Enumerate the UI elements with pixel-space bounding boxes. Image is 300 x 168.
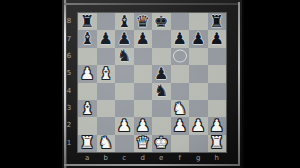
square-a5[interactable]: ♟ <box>78 65 97 82</box>
square-a1[interactable]: ♜ <box>78 135 97 152</box>
piece-black-pawn[interactable]: ♟ <box>154 65 168 81</box>
file-label-h: h <box>208 153 227 163</box>
file-labels: abcdefgh <box>78 153 226 163</box>
square-h5[interactable] <box>208 65 227 82</box>
piece-black-pawn[interactable]: ♟ <box>210 31 224 47</box>
frame-bevel-right-edge <box>242 0 244 168</box>
square-g4[interactable] <box>189 83 208 100</box>
piece-black-pawn[interactable]: ♟ <box>117 31 131 47</box>
square-g6[interactable] <box>189 48 208 65</box>
square-d4[interactable] <box>134 83 153 100</box>
square-c2[interactable]: ♟ <box>115 117 134 134</box>
square-b4[interactable] <box>97 83 116 100</box>
piece-white-pawn[interactable]: ♟ <box>136 117 150 133</box>
square-d6[interactable] <box>134 48 153 65</box>
rank-labels: 87654321 <box>62 13 76 152</box>
rank-label-5: 5 <box>62 65 76 82</box>
square-a3[interactable]: ♝ <box>78 100 97 117</box>
piece-white-pawn[interactable]: ♟ <box>191 117 205 133</box>
square-g7[interactable]: ♟ <box>189 30 208 47</box>
square-e8[interactable]: ♚ <box>152 13 171 30</box>
square-e1[interactable]: ♚ <box>152 135 171 152</box>
square-c5[interactable] <box>115 65 134 82</box>
frame-bevel-right <box>238 2 240 166</box>
piece-white-rook[interactable]: ♜ <box>80 135 94 151</box>
file-label-f: f <box>171 153 190 163</box>
piece-white-queen[interactable]: ♛ <box>136 135 150 151</box>
square-h7[interactable]: ♟ <box>208 30 227 47</box>
screen: 87654321 ♜♝♛♚♜♝♟♟♟♟♟♟♞♟♝♟♞♝♞♟♟♟♟♟♜♞♛♚♜ a… <box>0 0 300 168</box>
piece-white-pawn[interactable]: ♟ <box>173 117 187 133</box>
square-g5[interactable] <box>189 65 208 82</box>
board-frame: 87654321 ♜♝♛♚♜♝♟♟♟♟♟♟♞♟♝♟♞♝♞♟♟♟♟♟♜♞♛♚♜ a… <box>62 0 244 168</box>
piece-black-king[interactable]: ♚ <box>154 13 168 29</box>
piece-white-bishop[interactable]: ♝ <box>80 100 94 116</box>
square-f1[interactable] <box>171 135 190 152</box>
file-label-b: b <box>97 153 116 163</box>
square-e3[interactable] <box>152 100 171 117</box>
square-b7[interactable]: ♟ <box>97 30 116 47</box>
square-h4[interactable] <box>208 83 227 100</box>
square-f2[interactable]: ♟ <box>171 117 190 134</box>
square-f7[interactable]: ♟ <box>171 30 190 47</box>
square-b3[interactable] <box>97 100 116 117</box>
piece-white-pawn[interactable]: ♟ <box>117 117 131 133</box>
square-g1[interactable] <box>189 135 208 152</box>
file-label-c: c <box>115 153 134 163</box>
file-label-a: a <box>78 153 97 163</box>
square-d7[interactable]: ♟ <box>134 30 153 47</box>
piece-white-king[interactable]: ♚ <box>154 135 168 151</box>
square-b5[interactable]: ♝ <box>97 65 116 82</box>
square-g2[interactable]: ♟ <box>189 117 208 134</box>
piece-black-pawn[interactable]: ♟ <box>136 31 150 47</box>
rank-label-3: 3 <box>62 100 76 117</box>
last-move-circle <box>173 50 187 63</box>
piece-black-pawn[interactable]: ♟ <box>99 31 113 47</box>
piece-white-rook[interactable]: ♜ <box>210 135 224 151</box>
square-a7[interactable]: ♝ <box>78 30 97 47</box>
piece-black-queen[interactable]: ♛ <box>136 13 150 29</box>
piece-white-pawn[interactable]: ♟ <box>210 117 224 133</box>
file-label-e: e <box>152 153 171 163</box>
piece-white-bishop[interactable]: ♝ <box>99 65 113 81</box>
file-label-g: g <box>189 153 208 163</box>
piece-black-rook[interactable]: ♜ <box>80 13 94 29</box>
piece-black-pawn[interactable]: ♟ <box>173 31 187 47</box>
square-c6[interactable]: ♞ <box>115 48 134 65</box>
square-b1[interactable]: ♞ <box>97 135 116 152</box>
piece-white-knight[interactable]: ♞ <box>173 100 187 116</box>
square-e4[interactable]: ♞ <box>152 83 171 100</box>
piece-black-pawn[interactable]: ♟ <box>191 31 205 47</box>
rank-label-2: 2 <box>62 117 76 134</box>
piece-white-knight[interactable]: ♞ <box>99 135 113 151</box>
piece-black-knight[interactable]: ♞ <box>117 48 131 64</box>
chess-board[interactable]: ♜♝♛♚♜♝♟♟♟♟♟♟♞♟♝♟♞♝♞♟♟♟♟♟♜♞♛♚♜ <box>78 13 226 152</box>
square-c1[interactable] <box>115 135 134 152</box>
frame-bevel-top <box>64 3 240 5</box>
rank-label-8: 8 <box>62 13 76 30</box>
rank-label-7: 7 <box>62 30 76 47</box>
file-label-d: d <box>134 153 153 163</box>
square-f6[interactable] <box>171 48 190 65</box>
piece-black-bishop[interactable]: ♝ <box>117 13 131 29</box>
piece-black-knight[interactable]: ♞ <box>154 83 168 99</box>
square-c4[interactable] <box>115 83 134 100</box>
square-d1[interactable]: ♛ <box>134 135 153 152</box>
piece-white-pawn[interactable]: ♟ <box>80 65 94 81</box>
rank-label-4: 4 <box>62 83 76 100</box>
square-e7[interactable] <box>152 30 171 47</box>
square-f5[interactable] <box>171 65 190 82</box>
square-d5[interactable] <box>134 65 153 82</box>
rank-label-1: 1 <box>62 135 76 152</box>
piece-black-rook[interactable]: ♜ <box>210 13 224 29</box>
rank-label-6: 6 <box>62 48 76 65</box>
frame-bevel-bottom <box>64 164 240 166</box>
piece-black-bishop[interactable]: ♝ <box>80 31 94 47</box>
square-h6[interactable] <box>208 48 227 65</box>
square-h1[interactable]: ♜ <box>208 135 227 152</box>
